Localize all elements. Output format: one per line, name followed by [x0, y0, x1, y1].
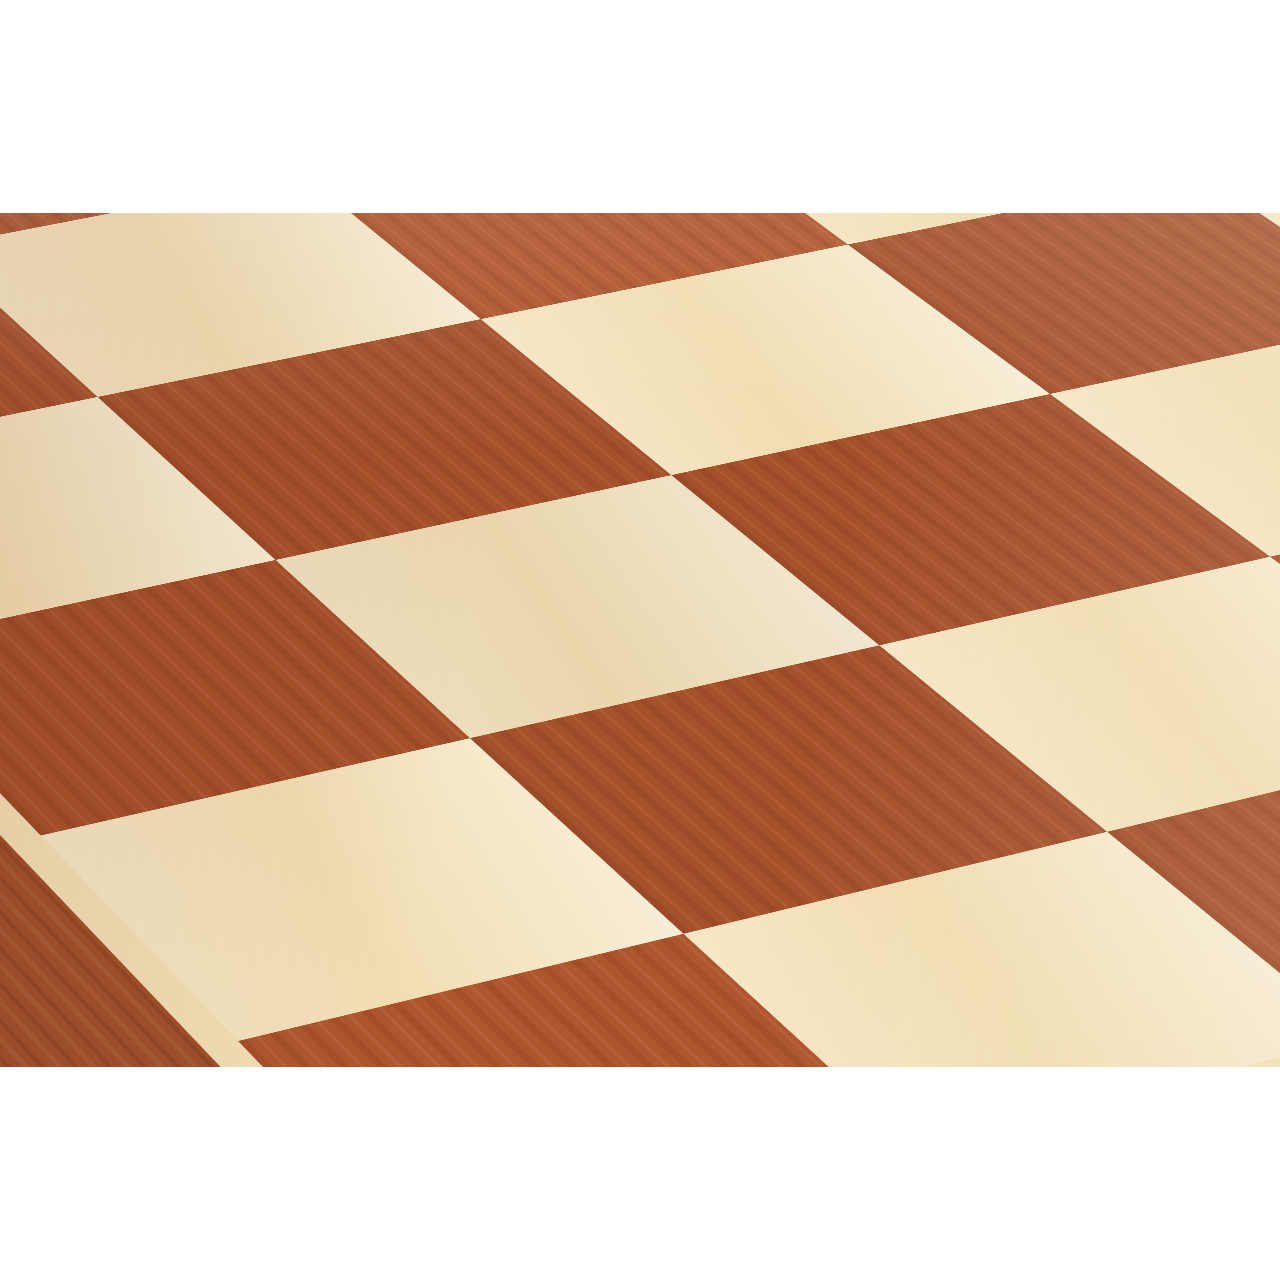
chessboard: 1 2 A B — [0, 213, 1280, 1067]
photo-scene: 1 2 A B — [0, 213, 1280, 1067]
white-margin-top — [0, 0, 1280, 213]
screenshot-canvas: 1 2 A B — [0, 0, 1280, 1280]
white-margin-bottom — [0, 1067, 1280, 1280]
playing-area — [0, 213, 1280, 1067]
board-photo: 1 2 A B — [0, 213, 1280, 1067]
